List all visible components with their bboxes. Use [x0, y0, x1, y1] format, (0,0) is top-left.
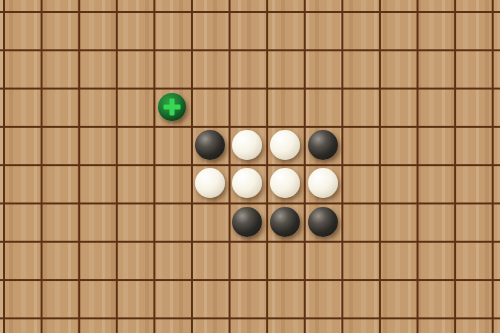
board-cell[interactable] [304, 126, 342, 164]
board-cell[interactable] [3, 126, 41, 164]
board-cell[interactable] [379, 11, 417, 49]
white-stone [232, 168, 262, 198]
board-cell[interactable] [153, 11, 191, 49]
black-stone [308, 130, 338, 160]
board-cell[interactable] [116, 49, 154, 87]
board-cell[interactable] [341, 49, 379, 87]
board-cell[interactable] [191, 279, 229, 317]
board-cell[interactable] [417, 11, 455, 49]
board-cell[interactable] [417, 126, 455, 164]
board-cell[interactable] [266, 202, 304, 240]
board-cell[interactable] [191, 126, 229, 164]
gomoku-board[interactable] [0, 0, 500, 333]
board-cell[interactable] [153, 241, 191, 279]
board-cell[interactable] [229, 164, 267, 202]
board-cell[interactable] [41, 279, 79, 317]
board-cell[interactable] [341, 88, 379, 126]
board-cell[interactable] [153, 126, 191, 164]
board-cell[interactable] [229, 279, 267, 317]
board-cell[interactable] [454, 88, 492, 126]
board-cell[interactable] [229, 88, 267, 126]
board-cell[interactable] [229, 126, 267, 164]
board-cell[interactable] [41, 11, 79, 49]
board-cell[interactable] [417, 202, 455, 240]
board-cell[interactable] [229, 202, 267, 240]
board-cell[interactable] [116, 88, 154, 126]
board-cell[interactable] [78, 164, 116, 202]
board-cell[interactable] [3, 11, 41, 49]
board-cell[interactable] [417, 279, 455, 317]
board-cell[interactable] [41, 202, 79, 240]
board-cell[interactable] [116, 11, 154, 49]
board-cell[interactable] [417, 49, 455, 87]
board-cell[interactable] [379, 241, 417, 279]
board-cell[interactable] [304, 164, 342, 202]
board-cell[interactable] [454, 279, 492, 317]
board-cell[interactable] [78, 241, 116, 279]
board-cell[interactable] [341, 279, 379, 317]
green-cross-marker [158, 93, 186, 121]
board-cell[interactable] [191, 88, 229, 126]
board-cell[interactable] [41, 88, 79, 126]
black-stone [232, 207, 262, 237]
board-cell[interactable] [379, 126, 417, 164]
board-cell[interactable] [116, 279, 154, 317]
board-cell[interactable] [3, 49, 41, 87]
board-cell[interactable] [341, 202, 379, 240]
board-cell[interactable] [417, 241, 455, 279]
board-cell[interactable] [191, 11, 229, 49]
board-cell[interactable] [454, 49, 492, 87]
board-cell[interactable] [78, 126, 116, 164]
board-cell[interactable] [191, 164, 229, 202]
board-cell[interactable] [153, 279, 191, 317]
board-cell[interactable] [304, 241, 342, 279]
black-stone [270, 207, 300, 237]
board-cell[interactable] [454, 11, 492, 49]
board-cell[interactable] [3, 279, 41, 317]
board-cell[interactable] [116, 164, 154, 202]
board-cell[interactable] [78, 11, 116, 49]
board-cell[interactable] [78, 279, 116, 317]
board-cell[interactable] [229, 49, 267, 87]
board-cell[interactable] [266, 88, 304, 126]
board-cell[interactable] [379, 49, 417, 87]
board-cell[interactable] [3, 241, 41, 279]
board-cell[interactable] [417, 164, 455, 202]
board-cell[interactable] [41, 164, 79, 202]
board-cell[interactable] [3, 202, 41, 240]
white-stone [270, 130, 300, 160]
board-cell[interactable] [454, 241, 492, 279]
board-cell[interactable] [116, 126, 154, 164]
board-cell[interactable] [304, 88, 342, 126]
board-cell[interactable] [454, 126, 492, 164]
board-cell[interactable] [341, 241, 379, 279]
board-cell[interactable] [266, 164, 304, 202]
board-cell[interactable] [266, 279, 304, 317]
white-stone [308, 168, 338, 198]
board-cell[interactable] [379, 202, 417, 240]
board-cell[interactable] [304, 202, 342, 240]
board-cell[interactable] [78, 49, 116, 87]
board-cell[interactable] [379, 88, 417, 126]
board-cell[interactable] [191, 202, 229, 240]
board-cell[interactable] [266, 126, 304, 164]
board-cell[interactable] [3, 164, 41, 202]
board-cell[interactable] [379, 164, 417, 202]
white-stone [270, 168, 300, 198]
board-cell[interactable] [304, 11, 342, 49]
board-cell[interactable] [304, 279, 342, 317]
board-cell[interactable] [78, 88, 116, 126]
board-cell[interactable] [3, 88, 41, 126]
board-cell[interactable] [191, 49, 229, 87]
board-cell[interactable] [153, 49, 191, 87]
board-cell[interactable] [41, 241, 79, 279]
board-cell[interactable] [229, 11, 267, 49]
board-cell[interactable] [41, 49, 79, 87]
white-stone [232, 130, 262, 160]
board-cell[interactable] [341, 164, 379, 202]
board-cell[interactable] [116, 202, 154, 240]
board-cell[interactable] [341, 126, 379, 164]
board-cell[interactable] [266, 11, 304, 49]
board-cell[interactable] [153, 202, 191, 240]
board-cell[interactable] [266, 49, 304, 87]
board-cell[interactable] [41, 126, 79, 164]
board-cell[interactable] [153, 88, 191, 126]
board-cell[interactable] [229, 241, 267, 279]
board-cell[interactable] [78, 202, 116, 240]
board-cell[interactable] [153, 164, 191, 202]
board-cell[interactable] [191, 241, 229, 279]
board-cell[interactable] [454, 164, 492, 202]
black-stone [308, 207, 338, 237]
board-cell[interactable] [417, 88, 455, 126]
board-cell[interactable] [266, 241, 304, 279]
board-cell[interactable] [379, 279, 417, 317]
board-cell[interactable] [304, 49, 342, 87]
white-stone [195, 168, 225, 198]
board-cell[interactable] [454, 202, 492, 240]
board-cell[interactable] [116, 241, 154, 279]
board-cell[interactable] [341, 11, 379, 49]
black-stone [195, 130, 225, 160]
